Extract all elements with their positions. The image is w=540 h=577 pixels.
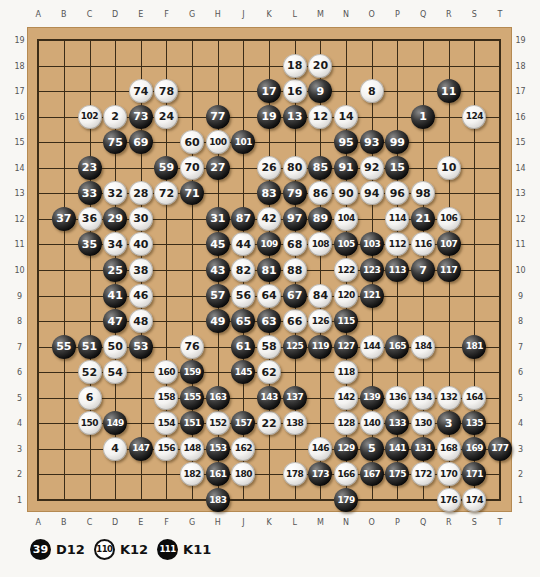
move-number: 148 bbox=[183, 444, 200, 453]
caption-coordinate: D12 bbox=[56, 542, 85, 557]
move-number: 134 bbox=[414, 393, 431, 402]
move-number: 4 bbox=[111, 443, 119, 454]
move-number: 154 bbox=[158, 419, 175, 428]
move-number: 15 bbox=[390, 162, 405, 173]
stone-83: 83 bbox=[257, 181, 281, 205]
stone-10: 10 bbox=[437, 156, 461, 180]
stone-50: 50 bbox=[103, 335, 127, 359]
move-number: 168 bbox=[440, 444, 457, 453]
column-label-B: B bbox=[61, 517, 67, 526]
stone-34: 34 bbox=[103, 232, 127, 256]
move-number: 38 bbox=[133, 265, 148, 276]
stone-36: 36 bbox=[78, 207, 102, 231]
stone-163: 163 bbox=[206, 386, 230, 410]
move-number: 44 bbox=[236, 239, 251, 250]
move-number: 82 bbox=[236, 265, 251, 276]
column-label-E: E bbox=[138, 10, 143, 19]
stone-65: 65 bbox=[231, 309, 255, 333]
stone-135: 135 bbox=[462, 411, 486, 435]
stone-60: 60 bbox=[180, 130, 204, 154]
row-label-4: 4 bbox=[17, 419, 22, 428]
stone-166: 166 bbox=[334, 462, 358, 486]
stone-125: 125 bbox=[283, 335, 307, 359]
move-number: 119 bbox=[312, 342, 329, 351]
move-number: 93 bbox=[364, 137, 379, 148]
column-label-C: C bbox=[87, 517, 93, 526]
move-number: 172 bbox=[414, 470, 431, 479]
move-number: 2 bbox=[111, 111, 119, 122]
move-number: 112 bbox=[389, 240, 406, 249]
move-number: 127 bbox=[337, 342, 354, 351]
column-label-O: O bbox=[369, 517, 375, 526]
move-number: 156 bbox=[158, 444, 175, 453]
row-label-7: 7 bbox=[17, 342, 22, 351]
move-number: 86 bbox=[313, 188, 328, 199]
stone-71: 71 bbox=[180, 181, 204, 205]
move-number: 105 bbox=[337, 240, 354, 249]
stone-20: 20 bbox=[308, 54, 332, 78]
stone-126: 126 bbox=[308, 309, 332, 333]
move-number: 169 bbox=[466, 444, 483, 453]
stone-17: 17 bbox=[257, 79, 281, 103]
move-number: 3 bbox=[445, 418, 453, 429]
stone-92: 92 bbox=[360, 156, 384, 180]
stone-57: 57 bbox=[206, 284, 230, 308]
column-label-M: M bbox=[317, 10, 324, 19]
grid-line-horizontal bbox=[37, 499, 501, 501]
stone-132: 132 bbox=[437, 386, 461, 410]
move-number: 52 bbox=[82, 367, 97, 378]
stone-103: 103 bbox=[360, 232, 384, 256]
stone-175: 175 bbox=[385, 462, 409, 486]
move-number: 1 bbox=[419, 111, 427, 122]
move-caption: 39D12110K12111K11 bbox=[30, 536, 215, 562]
stone-123: 123 bbox=[360, 258, 384, 282]
row-label-19: 19 bbox=[515, 36, 525, 45]
column-label-L: L bbox=[293, 517, 297, 526]
stone-167: 167 bbox=[360, 462, 384, 486]
move-number: 149 bbox=[107, 419, 124, 428]
move-number: 23 bbox=[82, 162, 97, 173]
move-number: 167 bbox=[363, 470, 380, 479]
stone-8: 8 bbox=[360, 79, 384, 103]
stone-144: 144 bbox=[360, 335, 384, 359]
stone-140: 140 bbox=[360, 411, 384, 435]
stone-16: 16 bbox=[283, 79, 307, 103]
move-number: 158 bbox=[158, 393, 175, 402]
stone-85: 85 bbox=[308, 156, 332, 180]
move-number: 120 bbox=[337, 291, 354, 300]
move-number: 126 bbox=[312, 317, 329, 326]
move-number: 85 bbox=[313, 162, 328, 173]
stone-101: 101 bbox=[231, 130, 255, 154]
move-number: 109 bbox=[260, 240, 277, 249]
stone-74: 74 bbox=[129, 79, 153, 103]
stone-23: 23 bbox=[78, 156, 102, 180]
stone-89: 89 bbox=[308, 207, 332, 231]
column-label-N: N bbox=[343, 10, 349, 19]
stone-156: 156 bbox=[154, 437, 178, 461]
move-number: 96 bbox=[390, 188, 405, 199]
move-number: 55 bbox=[56, 341, 71, 352]
stone-128: 128 bbox=[334, 411, 358, 435]
move-number: 25 bbox=[108, 265, 123, 276]
move-number: 19 bbox=[261, 111, 276, 122]
move-number: 78 bbox=[159, 86, 174, 97]
column-label-O: O bbox=[369, 10, 375, 19]
move-number: 9 bbox=[317, 86, 325, 97]
column-label-P: P bbox=[395, 517, 400, 526]
move-number: 150 bbox=[81, 419, 98, 428]
row-label-15: 15 bbox=[14, 138, 24, 147]
move-number: 139 bbox=[363, 393, 380, 402]
stone-62: 62 bbox=[257, 360, 281, 384]
column-label-C: C bbox=[87, 10, 93, 19]
move-number: 59 bbox=[159, 162, 174, 173]
column-label-B: B bbox=[61, 10, 67, 19]
stone-11: 11 bbox=[437, 79, 461, 103]
move-number: 144 bbox=[363, 342, 380, 351]
stone-1: 1 bbox=[411, 105, 435, 129]
row-label-16: 16 bbox=[14, 112, 24, 121]
stone-173: 173 bbox=[308, 462, 332, 486]
stone-4: 4 bbox=[103, 437, 127, 461]
move-number: 63 bbox=[261, 316, 276, 327]
stone-68: 68 bbox=[283, 232, 307, 256]
move-number: 159 bbox=[183, 368, 200, 377]
move-number: 84 bbox=[313, 290, 328, 301]
stone-28: 28 bbox=[129, 181, 153, 205]
stone-59: 59 bbox=[154, 156, 178, 180]
move-number: 57 bbox=[210, 290, 225, 301]
stone-154: 154 bbox=[154, 411, 178, 435]
row-label-12: 12 bbox=[14, 214, 24, 223]
move-number: 34 bbox=[108, 239, 123, 250]
move-number: 138 bbox=[286, 419, 303, 428]
stone-33: 33 bbox=[78, 181, 102, 205]
stone-162: 162 bbox=[231, 437, 255, 461]
move-number: 29 bbox=[108, 213, 123, 224]
move-number: 26 bbox=[261, 162, 276, 173]
stone-137: 137 bbox=[283, 386, 307, 410]
move-number: 67 bbox=[287, 290, 302, 301]
row-label-3: 3 bbox=[17, 444, 22, 453]
stone-119: 119 bbox=[308, 335, 332, 359]
stone-122: 122 bbox=[334, 258, 358, 282]
column-label-D: D bbox=[112, 517, 118, 526]
column-label-S: S bbox=[472, 10, 477, 19]
move-number: 152 bbox=[209, 419, 226, 428]
row-label-13: 13 bbox=[515, 189, 525, 198]
row-label-2: 2 bbox=[17, 470, 22, 479]
move-number: 92 bbox=[364, 162, 379, 173]
row-label-8: 8 bbox=[17, 317, 22, 326]
move-number: 104 bbox=[337, 214, 354, 223]
stone-159: 159 bbox=[180, 360, 204, 384]
stone-183: 183 bbox=[206, 488, 230, 512]
move-number: 182 bbox=[183, 470, 200, 479]
move-number: 103 bbox=[363, 240, 380, 249]
stone-142: 142 bbox=[334, 386, 358, 410]
stone-63: 63 bbox=[257, 309, 281, 333]
stone-171: 171 bbox=[462, 462, 486, 486]
stone-47: 47 bbox=[103, 309, 127, 333]
stone-150: 150 bbox=[78, 411, 102, 435]
stone-149: 149 bbox=[103, 411, 127, 435]
move-number: 12 bbox=[313, 111, 328, 122]
move-number: 116 bbox=[414, 240, 431, 249]
stone-55: 55 bbox=[52, 335, 76, 359]
move-number: 69 bbox=[133, 137, 148, 148]
stone-165: 165 bbox=[385, 335, 409, 359]
row-label-3: 3 bbox=[518, 444, 523, 453]
stone-118: 118 bbox=[334, 360, 358, 384]
move-number: 161 bbox=[209, 470, 226, 479]
column-label-R: R bbox=[446, 10, 452, 19]
move-number: 141 bbox=[389, 444, 406, 453]
move-number: 128 bbox=[337, 419, 354, 428]
stone-48: 48 bbox=[129, 309, 153, 333]
move-number: 18 bbox=[287, 60, 302, 71]
column-label-K: K bbox=[266, 10, 271, 19]
move-number: 83 bbox=[261, 188, 276, 199]
move-number: 89 bbox=[313, 213, 328, 224]
move-number: 171 bbox=[466, 470, 483, 479]
stone-21: 21 bbox=[411, 207, 435, 231]
stone-105: 105 bbox=[334, 232, 358, 256]
move-number: 79 bbox=[287, 188, 302, 199]
move-number: 80 bbox=[287, 162, 302, 173]
stone-96: 96 bbox=[385, 181, 409, 205]
stone-84: 84 bbox=[308, 284, 332, 308]
move-number: 54 bbox=[108, 367, 123, 378]
row-label-15: 15 bbox=[515, 138, 525, 147]
stone-72: 72 bbox=[154, 181, 178, 205]
move-number: 5 bbox=[368, 443, 376, 454]
move-number: 108 bbox=[312, 240, 329, 249]
stone-148: 148 bbox=[180, 437, 204, 461]
move-number: 143 bbox=[260, 393, 277, 402]
stone-54: 54 bbox=[103, 360, 127, 384]
move-number: 87 bbox=[236, 213, 251, 224]
move-number: 131 bbox=[414, 444, 431, 453]
row-label-5: 5 bbox=[17, 393, 22, 402]
move-number: 164 bbox=[466, 393, 483, 402]
move-number: 94 bbox=[364, 188, 379, 199]
stone-158: 158 bbox=[154, 386, 178, 410]
move-number: 41 bbox=[108, 290, 123, 301]
move-number: 155 bbox=[183, 393, 200, 402]
move-number: 129 bbox=[337, 444, 354, 453]
stone-102: 102 bbox=[78, 105, 102, 129]
move-number: 37 bbox=[56, 213, 71, 224]
stone-76: 76 bbox=[180, 335, 204, 359]
move-number: 64 bbox=[261, 290, 276, 301]
move-number: 91 bbox=[338, 162, 353, 173]
column-label-F: F bbox=[164, 10, 169, 19]
stone-155: 155 bbox=[180, 386, 204, 410]
stone-90: 90 bbox=[334, 181, 358, 205]
stone-45: 45 bbox=[206, 232, 230, 256]
move-number: 31 bbox=[210, 213, 225, 224]
row-label-17: 17 bbox=[515, 87, 525, 96]
move-number: 27 bbox=[210, 162, 225, 173]
caption-move-number: 111 bbox=[159, 544, 175, 554]
move-number: 32 bbox=[108, 188, 123, 199]
move-number: 81 bbox=[261, 265, 276, 276]
row-label-14: 14 bbox=[515, 163, 525, 172]
stone-145: 145 bbox=[231, 360, 255, 384]
stone-40: 40 bbox=[129, 232, 153, 256]
caption-stone-111: 111 bbox=[157, 539, 178, 560]
move-number: 146 bbox=[312, 444, 329, 453]
stone-78: 78 bbox=[154, 79, 178, 103]
go-game-record-diagram: 39D12110K12111K11 AABBCCDDEEFFGGHHJJKKLL… bbox=[0, 0, 540, 577]
row-label-17: 17 bbox=[14, 87, 24, 96]
stone-67: 67 bbox=[283, 284, 307, 308]
stone-37: 37 bbox=[52, 207, 76, 231]
move-number: 71 bbox=[184, 188, 199, 199]
stone-46: 46 bbox=[129, 284, 153, 308]
column-label-A: A bbox=[35, 517, 40, 526]
column-label-H: H bbox=[215, 517, 221, 526]
move-number: 140 bbox=[363, 419, 380, 428]
stone-77: 77 bbox=[206, 105, 230, 129]
move-number: 123 bbox=[363, 266, 380, 275]
stone-131: 131 bbox=[411, 437, 435, 461]
stone-161: 161 bbox=[206, 462, 230, 486]
move-number: 66 bbox=[287, 316, 302, 327]
move-number: 56 bbox=[236, 290, 251, 301]
move-number: 113 bbox=[389, 266, 406, 275]
column-label-G: G bbox=[189, 517, 195, 526]
stone-6: 6 bbox=[78, 386, 102, 410]
move-number: 90 bbox=[338, 188, 353, 199]
stone-117: 117 bbox=[437, 258, 461, 282]
move-number: 65 bbox=[236, 316, 251, 327]
stone-97: 97 bbox=[283, 207, 307, 231]
row-label-7: 7 bbox=[518, 342, 523, 351]
column-label-K: K bbox=[266, 517, 271, 526]
row-label-14: 14 bbox=[14, 163, 24, 172]
stone-18: 18 bbox=[283, 54, 307, 78]
stone-179: 179 bbox=[334, 488, 358, 512]
move-number: 10 bbox=[441, 162, 456, 173]
move-number: 118 bbox=[337, 368, 354, 377]
move-number: 72 bbox=[159, 188, 174, 199]
move-number: 174 bbox=[466, 496, 483, 505]
stone-70: 70 bbox=[180, 156, 204, 180]
column-label-T: T bbox=[498, 10, 503, 19]
move-number: 97 bbox=[287, 213, 302, 224]
move-number: 45 bbox=[210, 239, 225, 250]
stone-176: 176 bbox=[437, 488, 461, 512]
column-label-R: R bbox=[446, 517, 452, 526]
stone-114: 114 bbox=[385, 207, 409, 231]
stone-41: 41 bbox=[103, 284, 127, 308]
stone-61: 61 bbox=[231, 335, 255, 359]
column-label-J: J bbox=[242, 517, 244, 526]
move-number: 68 bbox=[287, 239, 302, 250]
caption-stone-110: 110 bbox=[94, 539, 115, 560]
column-label-T: T bbox=[498, 517, 503, 526]
stone-7: 7 bbox=[411, 258, 435, 282]
move-number: 124 bbox=[466, 112, 483, 121]
move-number: 135 bbox=[466, 419, 483, 428]
move-number: 60 bbox=[184, 137, 199, 148]
row-label-2: 2 bbox=[518, 470, 523, 479]
move-number: 153 bbox=[209, 444, 226, 453]
stone-19: 19 bbox=[257, 105, 281, 129]
row-label-4: 4 bbox=[518, 419, 523, 428]
row-label-11: 11 bbox=[515, 240, 525, 249]
move-number: 61 bbox=[236, 341, 251, 352]
stone-104: 104 bbox=[334, 207, 358, 231]
row-label-18: 18 bbox=[14, 61, 24, 70]
move-number: 100 bbox=[209, 138, 226, 147]
move-number: 49 bbox=[210, 316, 225, 327]
move-number: 58 bbox=[261, 341, 276, 352]
move-number: 115 bbox=[337, 317, 354, 326]
row-label-9: 9 bbox=[518, 291, 523, 300]
move-number: 137 bbox=[286, 393, 303, 402]
stone-100: 100 bbox=[206, 130, 230, 154]
move-number: 28 bbox=[133, 188, 148, 199]
column-label-H: H bbox=[215, 10, 221, 19]
move-number: 42 bbox=[261, 213, 276, 224]
move-number: 22 bbox=[261, 418, 276, 429]
move-number: 101 bbox=[235, 138, 252, 147]
row-label-8: 8 bbox=[518, 317, 523, 326]
stone-38: 38 bbox=[129, 258, 153, 282]
column-label-J: J bbox=[242, 10, 244, 19]
stone-130: 130 bbox=[411, 411, 435, 435]
grid-line-vertical bbox=[499, 39, 501, 501]
stone-147: 147 bbox=[129, 437, 153, 461]
row-label-18: 18 bbox=[515, 61, 525, 70]
stone-153: 153 bbox=[206, 437, 230, 461]
stone-25: 25 bbox=[103, 258, 127, 282]
stone-87: 87 bbox=[231, 207, 255, 231]
stone-22: 22 bbox=[257, 411, 281, 435]
stone-66: 66 bbox=[283, 309, 307, 333]
move-number: 179 bbox=[337, 496, 354, 505]
row-label-10: 10 bbox=[14, 266, 24, 275]
stone-98: 98 bbox=[411, 181, 435, 205]
row-label-13: 13 bbox=[14, 189, 24, 198]
stone-108: 108 bbox=[308, 232, 332, 256]
move-number: 24 bbox=[159, 111, 174, 122]
stone-129: 129 bbox=[334, 437, 358, 461]
move-number: 77 bbox=[210, 111, 225, 122]
stone-112: 112 bbox=[385, 232, 409, 256]
move-number: 107 bbox=[440, 240, 457, 249]
stone-27: 27 bbox=[206, 156, 230, 180]
stone-120: 120 bbox=[334, 284, 358, 308]
move-number: 8 bbox=[368, 86, 376, 97]
move-number: 6 bbox=[86, 392, 94, 403]
move-number: 157 bbox=[235, 419, 252, 428]
stone-139: 139 bbox=[360, 386, 384, 410]
column-label-E: E bbox=[138, 517, 143, 526]
move-number: 43 bbox=[210, 265, 225, 276]
move-number: 163 bbox=[209, 393, 226, 402]
stone-177: 177 bbox=[488, 437, 512, 461]
move-number: 50 bbox=[108, 341, 123, 352]
move-number: 142 bbox=[337, 393, 354, 402]
stone-2: 2 bbox=[103, 105, 127, 129]
move-number: 177 bbox=[491, 444, 508, 453]
